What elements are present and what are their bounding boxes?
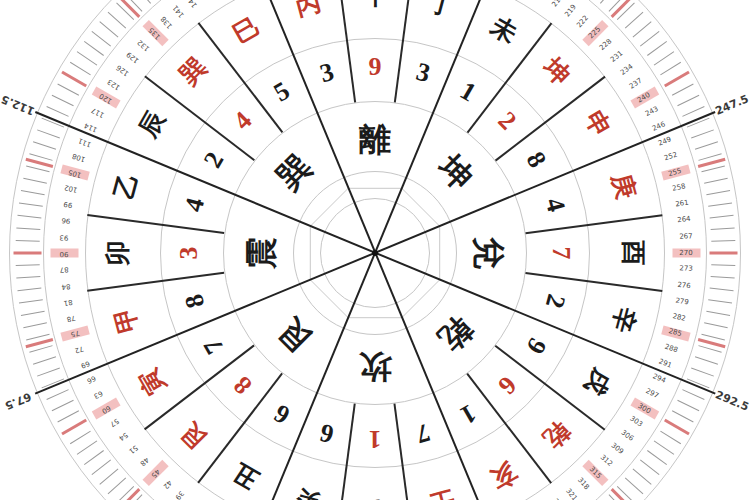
degree-number: 87 <box>60 266 69 273</box>
degree-number: 267 <box>679 233 693 241</box>
degree-number: 279 <box>675 297 689 306</box>
trigram-label: 坎 <box>359 351 391 383</box>
degree-number: 78 <box>66 313 76 322</box>
degree-number: 90 <box>60 250 69 257</box>
degree-number: 75 <box>69 329 79 338</box>
degree-number: 93 <box>60 233 69 240</box>
degree-number: 276 <box>677 281 691 289</box>
luopan-compass: 1801831861891921951982012042072102132162… <box>0 0 750 500</box>
degree-number: 84 <box>61 282 71 290</box>
trigram-label: 離 <box>359 123 391 155</box>
ring-number: 1 <box>369 426 382 452</box>
highlight-tick <box>709 252 737 255</box>
ring-number: 9 <box>369 54 382 80</box>
degree-number: 72 <box>74 344 85 353</box>
mountain-label: 午 <box>363 0 388 8</box>
ring-number: 7 <box>548 247 574 260</box>
center-dot <box>372 250 378 256</box>
mountain-label: 酉 <box>621 241 646 266</box>
degree-number: 270 <box>679 250 692 257</box>
mountain-label: 卯 <box>105 241 130 266</box>
degree-number: 273 <box>679 265 693 273</box>
degree-number: 96 <box>61 217 71 225</box>
highlight-tick <box>13 252 41 255</box>
degree-number: 81 <box>63 297 73 305</box>
trigram-label: 兌 <box>473 237 505 269</box>
degree-number: 99 <box>63 200 73 208</box>
ring-number: 3 <box>176 247 202 260</box>
trigram-label: 震 <box>245 237 277 269</box>
